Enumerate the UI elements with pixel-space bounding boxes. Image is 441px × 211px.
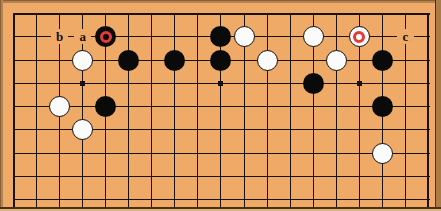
black-stone [118, 50, 139, 71]
white-stone [257, 50, 278, 71]
star-point [80, 81, 85, 86]
grid-hline [13, 13, 430, 15]
black-stone-circled [95, 26, 116, 47]
white-stone [372, 143, 393, 164]
red-circle-mark-icon [353, 31, 365, 43]
grid-vline [36, 13, 37, 208]
grid-vline [290, 13, 291, 208]
grid-vline [336, 13, 337, 208]
grid-hline [13, 176, 430, 177]
white-stone [303, 26, 324, 47]
white-stone-circled [349, 26, 370, 47]
grid-hline [13, 106, 430, 107]
black-stone [210, 50, 231, 71]
red-circle-mark-icon [100, 31, 112, 43]
white-stone [49, 96, 70, 117]
grid-hline [13, 199, 430, 200]
point-label-b: b [51, 29, 68, 44]
grid-vline [174, 13, 175, 208]
go-board-diagram: bac [0, 0, 441, 211]
board-frame-bottom [0, 207, 441, 211]
white-stone [72, 119, 93, 140]
black-stone [372, 50, 393, 71]
grid-vline [197, 13, 198, 208]
white-stone [72, 50, 93, 71]
star-point [357, 81, 362, 86]
black-stone [372, 96, 393, 117]
point-label-a: a [74, 29, 91, 44]
grid-vline [427, 13, 429, 208]
grid-vline [151, 13, 152, 208]
grid-hline [13, 153, 430, 154]
white-stone [326, 50, 347, 71]
black-stone [164, 50, 185, 71]
board-frame-right [435, 0, 441, 211]
board-frame-top [0, 0, 441, 3]
grid-vline [267, 13, 268, 208]
grid-vline [13, 13, 15, 208]
black-stone [95, 96, 116, 117]
white-stone [234, 26, 255, 47]
board-frame-left [0, 0, 3, 211]
point-label-c: c [397, 29, 414, 44]
star-point [218, 81, 223, 86]
black-stone [210, 26, 231, 47]
black-stone [303, 73, 324, 94]
grid-vline [128, 13, 129, 208]
